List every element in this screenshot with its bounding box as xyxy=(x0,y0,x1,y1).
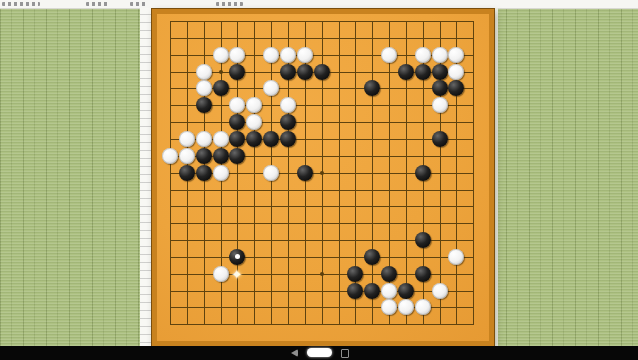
topbar-icons-left xyxy=(2,2,40,6)
white-stone xyxy=(196,80,212,96)
white-stone xyxy=(196,64,212,80)
black-stone xyxy=(280,64,296,80)
white-stone xyxy=(196,131,212,147)
grid-line-horizontal xyxy=(170,291,474,292)
black-stone xyxy=(196,165,212,181)
black-stone xyxy=(196,148,212,164)
white-stone xyxy=(213,266,229,282)
white-stone xyxy=(246,97,262,113)
white-stone xyxy=(229,97,245,113)
white-stone xyxy=(213,47,229,63)
black-stone xyxy=(229,114,245,130)
back-icon[interactable] xyxy=(291,349,298,357)
white-stone xyxy=(280,97,296,113)
white-stone xyxy=(415,299,431,315)
grid-line-horizontal xyxy=(170,206,474,207)
black-stone xyxy=(314,64,330,80)
home-icon[interactable] xyxy=(307,348,332,357)
grid-line-horizontal xyxy=(170,324,474,325)
black-stone xyxy=(297,165,313,181)
black-stone xyxy=(398,64,414,80)
black-stone xyxy=(246,131,262,147)
white-stone xyxy=(381,299,397,315)
white-stone xyxy=(448,64,464,80)
white-stone xyxy=(229,47,245,63)
black-stone xyxy=(347,283,363,299)
black-stone xyxy=(398,283,414,299)
black-stone xyxy=(213,148,229,164)
white-stone xyxy=(432,97,448,113)
white-stone xyxy=(432,283,448,299)
white-stone xyxy=(213,131,229,147)
white-stone xyxy=(381,47,397,63)
grid-line-vertical xyxy=(372,21,373,325)
recents-icon[interactable] xyxy=(341,349,349,358)
black-stone xyxy=(229,131,245,147)
black-stone xyxy=(432,131,448,147)
grid-line-horizontal xyxy=(170,257,474,258)
white-stone xyxy=(432,47,448,63)
white-stone xyxy=(263,47,279,63)
black-stone xyxy=(415,64,431,80)
grid-line-vertical xyxy=(473,21,474,325)
white-stone xyxy=(398,299,414,315)
white-stone xyxy=(263,165,279,181)
white-stone xyxy=(263,80,279,96)
go-board[interactable]: ✦ xyxy=(152,9,494,346)
black-stone xyxy=(432,80,448,96)
topbar-icons-mid xyxy=(86,2,110,6)
grid-line-vertical xyxy=(339,21,340,325)
black-stone xyxy=(381,266,397,282)
topbar-icons-mid2 xyxy=(130,2,147,6)
topbar-icons-right xyxy=(216,2,243,6)
white-stone xyxy=(179,131,195,147)
android-nav-bar xyxy=(0,346,638,360)
black-stone xyxy=(263,131,279,147)
white-stone xyxy=(213,165,229,181)
last-move-marker xyxy=(235,254,240,259)
right-edge-strip xyxy=(494,8,498,346)
white-stone xyxy=(179,148,195,164)
browser-topbar xyxy=(0,0,638,9)
black-stone xyxy=(229,249,245,265)
capture-sparkle-icon: ✦ xyxy=(231,268,242,281)
black-stone xyxy=(297,64,313,80)
black-stone xyxy=(415,165,431,181)
white-stone xyxy=(415,47,431,63)
grid-line-horizontal xyxy=(170,190,474,191)
black-stone xyxy=(432,64,448,80)
white-stone xyxy=(297,47,313,63)
white-stone xyxy=(381,283,397,299)
white-stone xyxy=(448,47,464,63)
black-stone xyxy=(280,131,296,147)
black-stone xyxy=(364,80,380,96)
black-stone xyxy=(415,266,431,282)
black-stone xyxy=(347,266,363,282)
black-stone xyxy=(415,232,431,248)
black-stone xyxy=(448,80,464,96)
white-stone xyxy=(280,47,296,63)
star-point xyxy=(219,70,223,74)
star-point xyxy=(320,171,324,175)
white-stone xyxy=(246,114,262,130)
black-stone xyxy=(196,97,212,113)
white-stone xyxy=(162,148,178,164)
black-stone xyxy=(229,64,245,80)
star-point xyxy=(320,272,324,276)
black-stone xyxy=(179,165,195,181)
black-stone xyxy=(364,249,380,265)
black-stone xyxy=(229,148,245,164)
black-stone xyxy=(213,80,229,96)
grid-line-horizontal xyxy=(170,223,474,224)
white-stone xyxy=(448,249,464,265)
black-stone xyxy=(280,114,296,130)
black-stone xyxy=(364,283,380,299)
